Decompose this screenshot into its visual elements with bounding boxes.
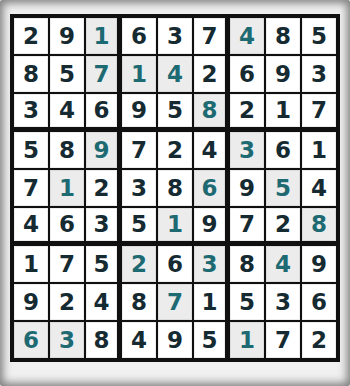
cell-r2c4[interactable]: 1: [122, 56, 156, 92]
cell-r8c4[interactable]: 8: [122, 284, 156, 320]
cell-r3c1[interactable]: 3: [14, 94, 48, 130]
cell-r1c4[interactable]: 6: [122, 18, 156, 54]
cell-r6c5[interactable]: 1: [158, 208, 192, 244]
cell-r3c3[interactable]: 6: [86, 94, 120, 130]
cell-r7c3[interactable]: 5: [86, 246, 120, 282]
cell-r5c4[interactable]: 3: [122, 170, 156, 206]
cell-r1c8[interactable]: 8: [266, 18, 300, 54]
cell-r9c6[interactable]: 5: [194, 322, 228, 358]
cell-r3c4[interactable]: 9: [122, 94, 156, 130]
cell-r8c2[interactable]: 2: [50, 284, 84, 320]
cell-r1c2[interactable]: 9: [50, 18, 84, 54]
cell-r9c4[interactable]: 4: [122, 322, 156, 358]
cell-r9c2[interactable]: 3: [50, 322, 84, 358]
cell-r6c8[interactable]: 2: [266, 208, 300, 244]
cell-r5c3[interactable]: 2: [86, 170, 120, 206]
cell-r7c7[interactable]: 8: [230, 246, 264, 282]
cell-r4c8[interactable]: 6: [266, 132, 300, 168]
cell-r1c1[interactable]: 2: [14, 18, 48, 54]
cell-r7c8[interactable]: 4: [266, 246, 300, 282]
cell-r9c3[interactable]: 8: [86, 322, 120, 358]
cell-r3c2[interactable]: 4: [50, 94, 84, 130]
cell-r1c3[interactable]: 1: [86, 18, 120, 54]
cell-r5c6[interactable]: 6: [194, 170, 228, 206]
cell-r6c6[interactable]: 9: [194, 208, 228, 244]
cell-r3c7[interactable]: 2: [230, 94, 264, 130]
cell-r7c1[interactable]: 1: [14, 246, 48, 282]
cell-r3c5[interactable]: 5: [158, 94, 192, 130]
cell-r9c8[interactable]: 7: [266, 322, 300, 358]
cell-r8c9[interactable]: 6: [302, 284, 336, 320]
cell-r4c5[interactable]: 2: [158, 132, 192, 168]
cell-r8c1[interactable]: 9: [14, 284, 48, 320]
cell-r8c3[interactable]: 4: [86, 284, 120, 320]
page-background: 2916374858571426933469582175897243617123…: [0, 0, 350, 386]
cell-r4c9[interactable]: 1: [302, 132, 336, 168]
cell-r2c6[interactable]: 2: [194, 56, 228, 92]
cell-r1c6[interactable]: 7: [194, 18, 228, 54]
cell-r6c4[interactable]: 5: [122, 208, 156, 244]
cell-r8c6[interactable]: 1: [194, 284, 228, 320]
cell-r7c9[interactable]: 9: [302, 246, 336, 282]
cell-r4c6[interactable]: 4: [194, 132, 228, 168]
cell-r8c7[interactable]: 5: [230, 284, 264, 320]
cell-r5c9[interactable]: 4: [302, 170, 336, 206]
cell-r7c4[interactable]: 2: [122, 246, 156, 282]
cell-r3c9[interactable]: 7: [302, 94, 336, 130]
cell-r7c6[interactable]: 3: [194, 246, 228, 282]
cell-r2c3[interactable]: 7: [86, 56, 120, 92]
cell-r1c9[interactable]: 5: [302, 18, 336, 54]
cell-r2c2[interactable]: 5: [50, 56, 84, 92]
cell-r5c5[interactable]: 8: [158, 170, 192, 206]
cell-r9c1[interactable]: 6: [14, 322, 48, 358]
cell-r2c5[interactable]: 4: [158, 56, 192, 92]
cell-r1c5[interactable]: 3: [158, 18, 192, 54]
cell-r4c7[interactable]: 3: [230, 132, 264, 168]
cell-r3c6[interactable]: 8: [194, 94, 228, 130]
cell-r4c2[interactable]: 8: [50, 132, 84, 168]
cell-r4c4[interactable]: 7: [122, 132, 156, 168]
cell-r5c2[interactable]: 1: [50, 170, 84, 206]
cell-r4c3[interactable]: 9: [86, 132, 120, 168]
cell-r5c1[interactable]: 7: [14, 170, 48, 206]
cell-r2c7[interactable]: 6: [230, 56, 264, 92]
cell-r2c8[interactable]: 9: [266, 56, 300, 92]
cell-r7c5[interactable]: 6: [158, 246, 192, 282]
cell-r1c7[interactable]: 4: [230, 18, 264, 54]
cell-r3c8[interactable]: 1: [266, 94, 300, 130]
cell-r7c2[interactable]: 7: [50, 246, 84, 282]
cell-r8c5[interactable]: 7: [158, 284, 192, 320]
cell-r6c2[interactable]: 6: [50, 208, 84, 244]
cell-r5c8[interactable]: 5: [266, 170, 300, 206]
cell-r6c9[interactable]: 8: [302, 208, 336, 244]
cell-r6c3[interactable]: 3: [86, 208, 120, 244]
cell-r2c9[interactable]: 3: [302, 56, 336, 92]
cell-r8c8[interactable]: 3: [266, 284, 300, 320]
cell-r6c1[interactable]: 4: [14, 208, 48, 244]
cell-r9c5[interactable]: 9: [158, 322, 192, 358]
cell-r4c1[interactable]: 5: [14, 132, 48, 168]
cell-r6c7[interactable]: 7: [230, 208, 264, 244]
sudoku-board: 2916374858571426933469582175897243617123…: [10, 14, 340, 362]
cell-r5c7[interactable]: 9: [230, 170, 264, 206]
cell-r2c1[interactable]: 8: [14, 56, 48, 92]
cell-r9c7[interactable]: 1: [230, 322, 264, 358]
cell-r9c9[interactable]: 2: [302, 322, 336, 358]
